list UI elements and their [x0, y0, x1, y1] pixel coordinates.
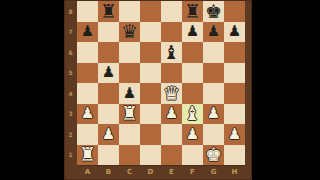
- file-label-d: D: [140, 165, 161, 178]
- square-h3[interactable]: [224, 104, 245, 125]
- square-f2[interactable]: ♟: [182, 124, 203, 145]
- piece-black-queen-c7[interactable]: ♛: [121, 22, 138, 41]
- square-b8[interactable]: ♜: [98, 1, 119, 22]
- square-a3[interactable]: ♟: [77, 104, 98, 125]
- piece-white-bishop-f3[interactable]: ♝: [184, 104, 201, 123]
- square-a6[interactable]: [77, 42, 98, 63]
- piece-white-pawn-e3[interactable]: ♟: [165, 106, 178, 121]
- square-h8[interactable]: [224, 1, 245, 22]
- square-d3[interactable]: [140, 104, 161, 125]
- piece-black-pawn-c4[interactable]: ♟: [123, 85, 136, 100]
- square-g6[interactable]: [203, 42, 224, 63]
- file-label-h: H: [224, 165, 245, 178]
- square-e4[interactable]: ♛: [161, 83, 182, 104]
- square-a8[interactable]: [77, 1, 98, 22]
- square-g7[interactable]: ♟: [203, 22, 224, 43]
- square-a1[interactable]: ♜: [77, 145, 98, 166]
- square-a5[interactable]: [77, 63, 98, 84]
- square-b5[interactable]: ♟: [98, 63, 119, 84]
- square-h7[interactable]: ♟: [224, 22, 245, 43]
- piece-white-pawn-f2[interactable]: ♟: [186, 126, 199, 141]
- square-d1[interactable]: [140, 145, 161, 166]
- square-d5[interactable]: [140, 63, 161, 84]
- file-label-b: B: [98, 165, 119, 178]
- square-e5[interactable]: [161, 63, 182, 84]
- square-h6[interactable]: [224, 42, 245, 63]
- square-e6[interactable]: ♝: [161, 42, 182, 63]
- square-h4[interactable]: [224, 83, 245, 104]
- rank-label-7: 7: [64, 22, 77, 43]
- square-h5[interactable]: [224, 63, 245, 84]
- square-b2[interactable]: ♟: [98, 124, 119, 145]
- square-c6[interactable]: [119, 42, 140, 63]
- square-f6[interactable]: [182, 42, 203, 63]
- square-f3[interactable]: ♝: [182, 104, 203, 125]
- piece-black-king-g8[interactable]: ♚: [205, 1, 222, 20]
- square-f7[interactable]: ♟: [182, 22, 203, 43]
- square-d2[interactable]: [140, 124, 161, 145]
- rank-label-2: 2: [64, 124, 77, 145]
- rank-label-4: 4: [64, 83, 77, 104]
- piece-black-rook-f8[interactable]: ♜: [184, 1, 201, 20]
- piece-white-pawn-g3[interactable]: ♟: [207, 106, 220, 121]
- file-label-a: A: [77, 165, 98, 178]
- piece-black-rook-b8[interactable]: ♜: [100, 1, 117, 20]
- square-c2[interactable]: [119, 124, 140, 145]
- file-label-c: C: [119, 165, 140, 178]
- square-f4[interactable]: [182, 83, 203, 104]
- piece-black-pawn-b5[interactable]: ♟: [102, 65, 115, 80]
- square-g5[interactable]: [203, 63, 224, 84]
- file-label-e: E: [161, 165, 182, 178]
- piece-white-queen-e4[interactable]: ♛: [163, 83, 180, 102]
- square-h2[interactable]: ♟: [224, 124, 245, 145]
- piece-black-pawn-f7[interactable]: ♟: [186, 24, 199, 39]
- square-d6[interactable]: [140, 42, 161, 63]
- square-e1[interactable]: [161, 145, 182, 166]
- square-e7[interactable]: [161, 22, 182, 43]
- square-f5[interactable]: [182, 63, 203, 84]
- piece-white-king-g1[interactable]: ♚: [205, 145, 222, 164]
- rank-labels: 87654321: [64, 1, 77, 165]
- piece-black-pawn-a7[interactable]: ♟: [81, 24, 94, 39]
- square-d7[interactable]: [140, 22, 161, 43]
- piece-white-pawn-b2[interactable]: ♟: [102, 126, 115, 141]
- piece-black-pawn-g7[interactable]: ♟: [207, 24, 220, 39]
- square-b1[interactable]: [98, 145, 119, 166]
- rank-label-8: 8: [64, 1, 77, 22]
- square-c4[interactable]: ♟: [119, 83, 140, 104]
- square-b6[interactable]: [98, 42, 119, 63]
- square-d8[interactable]: [140, 1, 161, 22]
- piece-white-rook-c3[interactable]: ♜: [121, 104, 138, 123]
- square-e8[interactable]: [161, 1, 182, 22]
- piece-white-rook-a1[interactable]: ♜: [79, 145, 96, 164]
- piece-white-pawn-a3[interactable]: ♟: [81, 106, 94, 121]
- square-g2[interactable]: [203, 124, 224, 145]
- square-e3[interactable]: ♟: [161, 104, 182, 125]
- chess-board: 87654321 ABCDEFGH ♜♜♚♟♛♟♟♟♝♟♟♛♟♜♟♝♟♟♟♟♜♚: [64, 0, 252, 180]
- square-c1[interactable]: [119, 145, 140, 166]
- square-g1[interactable]: ♚: [203, 145, 224, 166]
- square-e2[interactable]: [161, 124, 182, 145]
- square-c7[interactable]: ♛: [119, 22, 140, 43]
- piece-black-bishop-e6[interactable]: ♝: [163, 42, 180, 61]
- square-b7[interactable]: [98, 22, 119, 43]
- square-b4[interactable]: [98, 83, 119, 104]
- square-g8[interactable]: ♚: [203, 1, 224, 22]
- square-f8[interactable]: ♜: [182, 1, 203, 22]
- square-h1[interactable]: [224, 145, 245, 166]
- piece-black-pawn-h7[interactable]: ♟: [228, 24, 241, 39]
- square-b3[interactable]: [98, 104, 119, 125]
- rank-label-1: 1: [64, 145, 77, 166]
- square-c5[interactable]: [119, 63, 140, 84]
- rank-label-6: 6: [64, 42, 77, 63]
- rank-label-3: 3: [64, 104, 77, 125]
- square-g4[interactable]: [203, 83, 224, 104]
- square-c3[interactable]: ♜: [119, 104, 140, 125]
- video-frame: 87654321 ABCDEFGH ♜♜♚♟♛♟♟♟♝♟♟♛♟♜♟♝♟♟♟♟♜♚: [0, 0, 320, 180]
- file-label-g: G: [203, 165, 224, 178]
- square-f1[interactable]: [182, 145, 203, 166]
- square-g3[interactable]: ♟: [203, 104, 224, 125]
- board-grid: ♜♜♚♟♛♟♟♟♝♟♟♛♟♜♟♝♟♟♟♟♜♚: [77, 1, 245, 166]
- file-labels: ABCDEFGH: [77, 165, 245, 178]
- square-a4[interactable]: [77, 83, 98, 104]
- file-label-f: F: [182, 165, 203, 178]
- square-a7[interactable]: ♟: [77, 22, 98, 43]
- rank-label-5: 5: [64, 63, 77, 84]
- square-c8[interactable]: [119, 1, 140, 22]
- square-a2[interactable]: [77, 124, 98, 145]
- piece-white-pawn-h2[interactable]: ♟: [228, 126, 241, 141]
- square-d4[interactable]: [140, 83, 161, 104]
